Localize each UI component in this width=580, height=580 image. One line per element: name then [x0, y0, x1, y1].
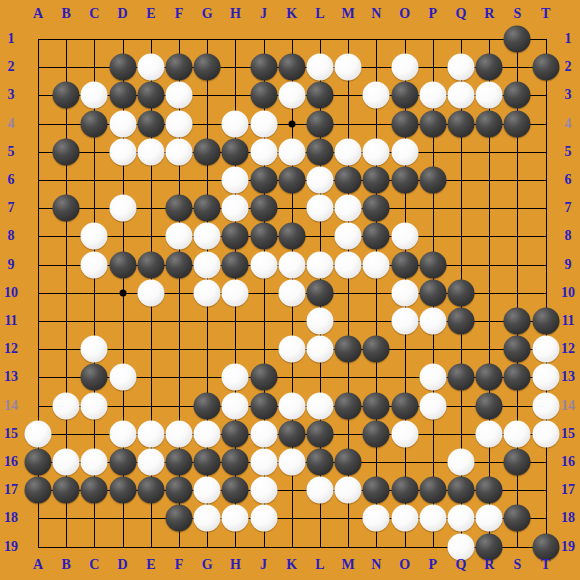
stone-black[interactable]	[532, 54, 559, 81]
stone-black[interactable]	[363, 420, 390, 447]
stone-black[interactable]	[250, 167, 277, 194]
stone-white[interactable]	[278, 449, 305, 476]
stone-white[interactable]	[448, 505, 475, 532]
stone-black[interactable]	[335, 392, 362, 419]
stone-black[interactable]	[419, 279, 446, 306]
stone-black[interactable]	[504, 308, 531, 335]
stone-black[interactable]	[109, 477, 136, 504]
stone-white[interactable]	[363, 251, 390, 278]
coord-row-left-19: 19	[4, 540, 18, 554]
stone-white[interactable]	[109, 420, 136, 447]
stone-white[interactable]	[419, 308, 446, 335]
stone-black[interactable]	[391, 477, 418, 504]
coord-row-left-4: 4	[8, 117, 15, 131]
coord-row-left-16: 16	[4, 455, 18, 469]
coord-col-top-S: S	[513, 7, 521, 21]
stone-white[interactable]	[335, 477, 362, 504]
stone-white[interactable]	[109, 364, 136, 391]
stone-white[interactable]	[250, 449, 277, 476]
stone-black[interactable]	[25, 477, 52, 504]
stone-white[interactable]	[532, 336, 559, 363]
stone-black[interactable]	[81, 477, 108, 504]
stone-white[interactable]	[194, 223, 221, 250]
stone-white[interactable]	[194, 251, 221, 278]
stone-white[interactable]	[335, 195, 362, 222]
stone-white[interactable]	[250, 138, 277, 165]
coord-col-bottom-J: J	[260, 558, 267, 572]
stone-black[interactable]	[222, 477, 249, 504]
stone-white[interactable]	[419, 505, 446, 532]
stone-black[interactable]	[391, 110, 418, 137]
stone-black[interactable]	[166, 477, 193, 504]
hoshi-point	[288, 120, 295, 127]
stone-white[interactable]	[194, 279, 221, 306]
coord-row-left-9: 9	[8, 258, 15, 272]
coord-col-top-L: L	[315, 7, 324, 21]
stone-black[interactable]	[194, 392, 221, 419]
stone-black[interactable]	[335, 167, 362, 194]
coord-row-left-18: 18	[4, 511, 18, 525]
stone-black[interactable]	[81, 364, 108, 391]
coord-row-left-17: 17	[4, 483, 18, 497]
stone-black[interactable]	[419, 110, 446, 137]
stone-black[interactable]	[166, 195, 193, 222]
stone-white[interactable]	[222, 110, 249, 137]
go-board[interactable]: AABBCCDDEEFFGGHHJJKKLLMMNNOOPPQQRRSSTT11…	[0, 0, 580, 580]
coord-col-top-E: E	[146, 7, 155, 21]
coord-col-top-C: C	[89, 7, 99, 21]
stone-black[interactable]	[363, 195, 390, 222]
stone-white[interactable]	[250, 251, 277, 278]
coord-row-left-14: 14	[4, 399, 18, 413]
stone-white[interactable]	[504, 420, 531, 447]
stone-black[interactable]	[504, 364, 531, 391]
stone-white[interactable]	[476, 505, 503, 532]
stone-white[interactable]	[335, 223, 362, 250]
stone-white[interactable]	[137, 420, 164, 447]
stone-white[interactable]	[335, 251, 362, 278]
stone-white[interactable]	[53, 392, 80, 419]
stone-white[interactable]	[307, 251, 334, 278]
stone-black[interactable]	[250, 54, 277, 81]
hoshi-point	[119, 289, 126, 296]
stone-black[interactable]	[222, 251, 249, 278]
stone-white[interactable]	[391, 308, 418, 335]
stone-white[interactable]	[250, 420, 277, 447]
stone-white[interactable]	[307, 195, 334, 222]
coord-col-bottom-P: P	[429, 558, 438, 572]
stone-white[interactable]	[166, 110, 193, 137]
coord-col-bottom-R: R	[484, 558, 494, 572]
stone-black[interactable]	[532, 308, 559, 335]
stone-white[interactable]	[278, 82, 305, 109]
coord-row-left-11: 11	[4, 314, 17, 328]
stone-black[interactable]	[448, 110, 475, 137]
stone-white[interactable]	[109, 138, 136, 165]
stone-black[interactable]	[194, 449, 221, 476]
coord-col-top-Q: Q	[456, 7, 467, 21]
coord-row-left-6: 6	[8, 173, 15, 187]
stone-black[interactable]	[250, 223, 277, 250]
coord-col-top-H: H	[230, 7, 241, 21]
stone-white[interactable]	[166, 420, 193, 447]
stone-white[interactable]	[363, 138, 390, 165]
coord-row-right-5: 5	[565, 145, 572, 159]
stone-white[interactable]	[476, 420, 503, 447]
stone-white[interactable]	[307, 54, 334, 81]
stone-white[interactable]	[250, 505, 277, 532]
coord-row-left-1: 1	[8, 32, 15, 46]
stone-black[interactable]	[476, 110, 503, 137]
coord-col-top-G: G	[202, 7, 213, 21]
stone-white[interactable]	[278, 138, 305, 165]
coord-col-top-J: J	[260, 7, 267, 21]
coord-col-bottom-A: A	[33, 558, 43, 572]
coord-row-right-16: 16	[561, 455, 575, 469]
stone-black[interactable]	[25, 449, 52, 476]
stone-black[interactable]	[222, 420, 249, 447]
coord-row-right-14: 14	[561, 399, 575, 413]
coord-row-left-12: 12	[4, 342, 18, 356]
grid-vline	[376, 39, 377, 548]
coord-col-bottom-M: M	[342, 558, 355, 572]
coord-row-right-8: 8	[565, 229, 572, 243]
stone-black[interactable]	[504, 82, 531, 109]
coord-row-right-3: 3	[565, 88, 572, 102]
coord-col-top-M: M	[342, 7, 355, 21]
stone-white[interactable]	[391, 279, 418, 306]
coord-col-top-N: N	[371, 7, 381, 21]
stone-black[interactable]	[448, 308, 475, 335]
stone-black[interactable]	[278, 223, 305, 250]
coord-row-right-17: 17	[561, 483, 575, 497]
stone-black[interactable]	[504, 336, 531, 363]
stone-white[interactable]	[166, 138, 193, 165]
stone-black[interactable]	[391, 251, 418, 278]
stone-white[interactable]	[335, 138, 362, 165]
stone-white[interactable]	[81, 223, 108, 250]
stone-black[interactable]	[476, 477, 503, 504]
stone-black[interactable]	[109, 251, 136, 278]
stone-white[interactable]	[194, 420, 221, 447]
stone-white[interactable]	[109, 110, 136, 137]
stone-white[interactable]	[81, 251, 108, 278]
stone-white[interactable]	[250, 477, 277, 504]
stone-black[interactable]	[419, 251, 446, 278]
stone-black[interactable]	[222, 449, 249, 476]
stone-black[interactable]	[53, 195, 80, 222]
coord-row-right-9: 9	[565, 258, 572, 272]
stone-black[interactable]	[476, 54, 503, 81]
coord-row-left-7: 7	[8, 201, 15, 215]
stone-black[interactable]	[250, 364, 277, 391]
stone-black[interactable]	[109, 82, 136, 109]
stone-white[interactable]	[109, 195, 136, 222]
stone-white[interactable]	[307, 308, 334, 335]
coord-row-left-2: 2	[8, 60, 15, 74]
stone-black[interactable]	[504, 26, 531, 53]
coord-row-left-3: 3	[8, 88, 15, 102]
coord-row-right-10: 10	[561, 286, 575, 300]
stone-black[interactable]	[391, 82, 418, 109]
coord-col-top-A: A	[33, 7, 43, 21]
coord-col-top-D: D	[118, 7, 128, 21]
stone-black[interactable]	[250, 392, 277, 419]
stone-black[interactable]	[278, 54, 305, 81]
coord-row-left-10: 10	[4, 286, 18, 300]
coord-col-top-K: K	[286, 7, 297, 21]
stone-black[interactable]	[194, 138, 221, 165]
stone-black[interactable]	[307, 138, 334, 165]
stone-black[interactable]	[278, 420, 305, 447]
stone-black[interactable]	[222, 223, 249, 250]
stone-white[interactable]	[532, 364, 559, 391]
coord-row-right-19: 19	[561, 540, 575, 554]
coord-col-bottom-Q: Q	[456, 558, 467, 572]
coord-col-bottom-F: F	[175, 558, 184, 572]
stone-black[interactable]	[448, 364, 475, 391]
coord-row-right-7: 7	[565, 201, 572, 215]
stone-black[interactable]	[363, 477, 390, 504]
stone-black[interactable]	[278, 167, 305, 194]
stone-black[interactable]	[53, 477, 80, 504]
stone-black[interactable]	[53, 82, 80, 109]
stone-white[interactable]	[532, 392, 559, 419]
stone-white[interactable]	[278, 251, 305, 278]
stone-black[interactable]	[250, 82, 277, 109]
coord-col-bottom-K: K	[286, 558, 297, 572]
stone-black[interactable]	[504, 449, 531, 476]
coord-row-right-18: 18	[561, 511, 575, 525]
coord-row-right-13: 13	[561, 370, 575, 384]
stone-black[interactable]	[335, 336, 362, 363]
coord-col-bottom-D: D	[118, 558, 128, 572]
coord-col-top-F: F	[175, 7, 184, 21]
stone-white[interactable]	[448, 54, 475, 81]
stone-black[interactable]	[194, 195, 221, 222]
stone-black[interactable]	[166, 251, 193, 278]
coord-row-right-4: 4	[565, 117, 572, 131]
coord-col-bottom-H: H	[230, 558, 241, 572]
stone-black[interactable]	[166, 505, 193, 532]
stone-black[interactable]	[419, 477, 446, 504]
stone-white[interactable]	[278, 336, 305, 363]
coord-col-bottom-C: C	[89, 558, 99, 572]
stone-white[interactable]	[363, 505, 390, 532]
coord-col-top-P: P	[429, 7, 438, 21]
coord-col-bottom-E: E	[146, 558, 155, 572]
stone-black[interactable]	[419, 167, 446, 194]
stone-white[interactable]	[81, 449, 108, 476]
stone-white[interactable]	[137, 54, 164, 81]
stone-white[interactable]	[166, 223, 193, 250]
stone-black[interactable]	[81, 110, 108, 137]
coord-row-right-6: 6	[565, 173, 572, 187]
stone-white[interactable]	[222, 195, 249, 222]
coord-row-left-5: 5	[8, 145, 15, 159]
coord-col-top-B: B	[62, 7, 71, 21]
stone-white[interactable]	[278, 392, 305, 419]
stone-white[interactable]	[391, 505, 418, 532]
stone-white[interactable]	[278, 279, 305, 306]
stone-white[interactable]	[53, 449, 80, 476]
stone-white[interactable]	[137, 279, 164, 306]
stone-black[interactable]	[307, 82, 334, 109]
stone-white[interactable]	[194, 477, 221, 504]
stone-white[interactable]	[363, 82, 390, 109]
stone-white[interactable]	[222, 392, 249, 419]
stone-black[interactable]	[166, 54, 193, 81]
stone-black[interactable]	[504, 110, 531, 137]
coord-col-bottom-N: N	[371, 558, 381, 572]
coord-col-bottom-L: L	[315, 558, 324, 572]
stone-white[interactable]	[222, 167, 249, 194]
stone-white[interactable]	[391, 54, 418, 81]
stone-black[interactable]	[137, 82, 164, 109]
stone-white[interactable]	[419, 82, 446, 109]
stone-black[interactable]	[391, 167, 418, 194]
coord-col-bottom-B: B	[62, 558, 71, 572]
stone-black[interactable]	[391, 392, 418, 419]
stone-white[interactable]	[222, 279, 249, 306]
stone-white[interactable]	[250, 110, 277, 137]
stone-black[interactable]	[307, 279, 334, 306]
stone-black[interactable]	[363, 392, 390, 419]
stone-white[interactable]	[137, 449, 164, 476]
stone-black[interactable]	[222, 138, 249, 165]
stone-white[interactable]	[419, 392, 446, 419]
stone-black[interactable]	[109, 449, 136, 476]
stone-white[interactable]	[81, 336, 108, 363]
stone-black[interactable]	[335, 449, 362, 476]
stone-white[interactable]	[448, 449, 475, 476]
coord-row-right-11: 11	[561, 314, 574, 328]
stone-black[interactable]	[307, 420, 334, 447]
stone-black[interactable]	[307, 110, 334, 137]
stone-black[interactable]	[137, 110, 164, 137]
coord-row-right-12: 12	[561, 342, 575, 356]
stone-white[interactable]	[476, 82, 503, 109]
stone-black[interactable]	[166, 449, 193, 476]
stone-white[interactable]	[307, 336, 334, 363]
stone-white[interactable]	[391, 420, 418, 447]
stone-white[interactable]	[419, 364, 446, 391]
stone-black[interactable]	[307, 449, 334, 476]
coord-col-top-R: R	[484, 7, 494, 21]
stone-white[interactable]	[335, 54, 362, 81]
stone-white[interactable]	[532, 420, 559, 447]
stone-white[interactable]	[448, 82, 475, 109]
coord-row-left-13: 13	[4, 370, 18, 384]
coord-row-left-8: 8	[8, 229, 15, 243]
stone-white[interactable]	[166, 82, 193, 109]
stone-black[interactable]	[137, 477, 164, 504]
coord-row-left-15: 15	[4, 427, 18, 441]
stone-white[interactable]	[222, 505, 249, 532]
coord-row-right-15: 15	[561, 427, 575, 441]
stone-black[interactable]	[53, 138, 80, 165]
stone-white[interactable]	[25, 420, 52, 447]
coord-row-right-1: 1	[565, 32, 572, 46]
stone-white[interactable]	[81, 392, 108, 419]
stone-white[interactable]	[307, 167, 334, 194]
stone-black[interactable]	[137, 251, 164, 278]
stone-white[interactable]	[194, 505, 221, 532]
coord-col-top-T: T	[541, 7, 550, 21]
coord-col-bottom-S: S	[513, 558, 521, 572]
stone-white[interactable]	[222, 364, 249, 391]
stone-white[interactable]	[81, 82, 108, 109]
stone-black[interactable]	[448, 279, 475, 306]
coord-col-bottom-O: O	[399, 558, 410, 572]
stone-black[interactable]	[109, 54, 136, 81]
stone-black[interactable]	[476, 364, 503, 391]
coord-col-top-O: O	[399, 7, 410, 21]
stone-black[interactable]	[363, 223, 390, 250]
stone-black[interactable]	[194, 54, 221, 81]
stone-white[interactable]	[307, 392, 334, 419]
grid-vline	[546, 39, 547, 548]
stone-black[interactable]	[476, 392, 503, 419]
stone-black[interactable]	[363, 167, 390, 194]
stone-black[interactable]	[250, 195, 277, 222]
stone-white[interactable]	[391, 223, 418, 250]
stone-white[interactable]	[391, 138, 418, 165]
stone-white[interactable]	[137, 138, 164, 165]
stone-black[interactable]	[504, 505, 531, 532]
coord-col-bottom-G: G	[202, 558, 213, 572]
stone-black[interactable]	[363, 336, 390, 363]
stone-black[interactable]	[448, 477, 475, 504]
coord-col-bottom-T: T	[541, 558, 550, 572]
stone-white[interactable]	[307, 477, 334, 504]
coord-row-right-2: 2	[565, 60, 572, 74]
